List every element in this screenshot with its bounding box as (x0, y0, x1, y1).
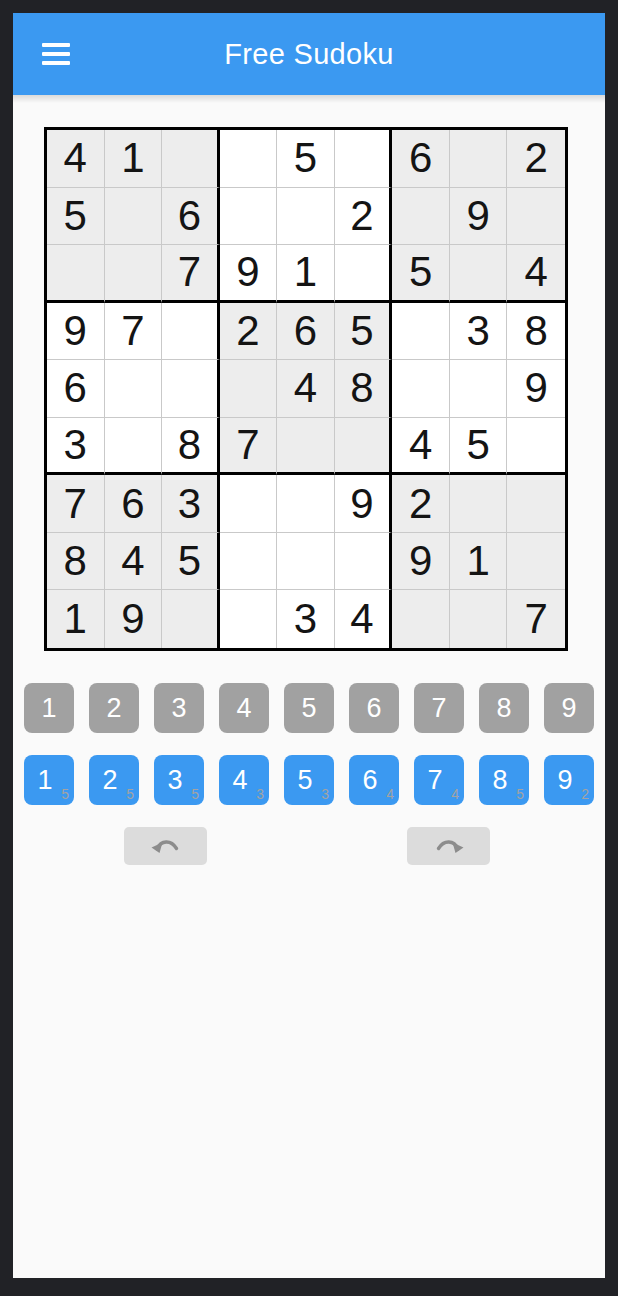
cell-r4c8[interactable]: 3 (450, 303, 508, 361)
digit-button-2-counted[interactable]: 25 (89, 755, 139, 805)
cell-r2c1[interactable]: 5 (47, 188, 105, 246)
digit-button-3-counted[interactable]: 35 (154, 755, 204, 805)
cell-r1c6[interactable] (335, 130, 393, 188)
digit-button-8-counted[interactable]: 85 (479, 755, 529, 805)
undo-arrow-icon (150, 836, 182, 856)
cell-r2c6[interactable]: 2 (335, 188, 393, 246)
cell-r1c5[interactable]: 5 (277, 130, 335, 188)
remaining-count: 3 (256, 786, 264, 802)
cell-r6c9[interactable] (507, 418, 565, 476)
cell-r9c1[interactable]: 1 (47, 590, 105, 648)
digit-label: 1 (37, 765, 52, 796)
cell-r1c3[interactable] (162, 130, 220, 188)
remaining-count: 3 (321, 786, 329, 802)
app-window: Free Sudoku 4156256297915497265386489387… (13, 13, 605, 1278)
cell-r5c3[interactable] (162, 360, 220, 418)
digit-button-6-plain[interactable]: 6 (349, 683, 399, 733)
cell-r6c5[interactable] (277, 418, 335, 476)
cell-r6c6[interactable] (335, 418, 393, 476)
cell-r5c6[interactable]: 8 (335, 360, 393, 418)
remaining-count: 5 (61, 786, 69, 802)
cell-r1c8[interactable] (450, 130, 508, 188)
cell-r6c3[interactable]: 8 (162, 418, 220, 476)
digit-label: 4 (232, 765, 247, 796)
digit-label: 2 (102, 765, 117, 796)
cell-r7c6[interactable]: 9 (335, 475, 393, 533)
digit-button-3-plain[interactable]: 3 (154, 683, 204, 733)
cell-r9c6[interactable]: 4 (335, 590, 393, 648)
cell-r4c2[interactable]: 7 (105, 303, 163, 361)
digit-button-7-plain[interactable]: 7 (414, 683, 464, 733)
digit-label: 5 (297, 765, 312, 796)
app-header: Free Sudoku (13, 13, 605, 95)
cell-r2c4[interactable] (220, 188, 278, 246)
cell-r7c8[interactable] (450, 475, 508, 533)
cell-r8c8[interactable]: 1 (450, 533, 508, 591)
redo-arrow-icon (433, 836, 465, 856)
remaining-count: 5 (126, 786, 134, 802)
digit-button-6-counted[interactable]: 64 (349, 755, 399, 805)
cell-r3c3[interactable]: 7 (162, 245, 220, 303)
sudoku-grid: 4156256297915497265386489387457639284591… (44, 127, 568, 651)
remaining-count: 5 (191, 786, 199, 802)
cell-r2c9[interactable] (507, 188, 565, 246)
cell-r7c1[interactable]: 7 (47, 475, 105, 533)
cell-r5c2[interactable] (105, 360, 163, 418)
digit-button-5-counted[interactable]: 53 (284, 755, 334, 805)
cell-r6c8[interactable]: 5 (450, 418, 508, 476)
cell-r3c2[interactable] (105, 245, 163, 303)
digit-label: 9 (557, 765, 572, 796)
cell-r9c3[interactable] (162, 590, 220, 648)
cell-r7c5[interactable] (277, 475, 335, 533)
cell-r5c5[interactable]: 4 (277, 360, 335, 418)
app-title: Free Sudoku (13, 13, 605, 95)
cell-r4c9[interactable]: 8 (507, 303, 565, 361)
cell-r1c4[interactable] (220, 130, 278, 188)
cell-r4c6[interactable]: 5 (335, 303, 393, 361)
remaining-count: 5 (516, 786, 524, 802)
digit-button-7-counted[interactable]: 74 (414, 755, 464, 805)
cell-r8c3[interactable]: 5 (162, 533, 220, 591)
cell-r2c5[interactable] (277, 188, 335, 246)
cell-r3c8[interactable] (450, 245, 508, 303)
cell-r6c1[interactable]: 3 (47, 418, 105, 476)
cell-r8c2[interactable]: 4 (105, 533, 163, 591)
cell-r3c5[interactable]: 1 (277, 245, 335, 303)
cell-r7c3[interactable]: 3 (162, 475, 220, 533)
digit-button-1-plain[interactable]: 1 (24, 683, 74, 733)
cell-r6c7[interactable]: 4 (392, 418, 450, 476)
cell-r5c7[interactable] (392, 360, 450, 418)
cell-r1c7[interactable]: 6 (392, 130, 450, 188)
cell-r3c7[interactable]: 5 (392, 245, 450, 303)
remaining-count: 4 (451, 786, 459, 802)
digit-label: 6 (362, 765, 377, 796)
cell-r3c6[interactable] (335, 245, 393, 303)
cell-r5c9[interactable]: 9 (507, 360, 565, 418)
digit-button-9-plain[interactable]: 9 (544, 683, 594, 733)
number-pad-counted: 152535435364748592 (24, 755, 594, 805)
undo-button[interactable] (124, 827, 207, 865)
cell-r8c4[interactable] (220, 533, 278, 591)
cell-r7c2[interactable]: 6 (105, 475, 163, 533)
cell-r9c4[interactable] (220, 590, 278, 648)
digit-button-9-counted[interactable]: 92 (544, 755, 594, 805)
cell-r4c1[interactable]: 9 (47, 303, 105, 361)
cell-r4c7[interactable] (392, 303, 450, 361)
cell-r1c2[interactable]: 1 (105, 130, 163, 188)
cell-r8c7[interactable]: 9 (392, 533, 450, 591)
cell-r8c9[interactable] (507, 533, 565, 591)
redo-button[interactable] (407, 827, 490, 865)
cell-r5c8[interactable] (450, 360, 508, 418)
digit-label: 7 (427, 765, 442, 796)
cell-r9c5[interactable]: 3 (277, 590, 335, 648)
cell-r7c9[interactable] (507, 475, 565, 533)
content-area: 4156256297915497265386489387457639284591… (13, 95, 605, 1278)
cell-r2c7[interactable] (392, 188, 450, 246)
cell-r2c2[interactable] (105, 188, 163, 246)
cell-r5c1[interactable]: 6 (47, 360, 105, 418)
digit-button-1-counted[interactable]: 15 (24, 755, 74, 805)
cell-r2c8[interactable]: 9 (450, 188, 508, 246)
digit-button-4-counted[interactable]: 43 (219, 755, 269, 805)
cell-r7c7[interactable]: 2 (392, 475, 450, 533)
cell-r6c2[interactable] (105, 418, 163, 476)
cell-r7c4[interactable] (220, 475, 278, 533)
cell-r8c1[interactable]: 8 (47, 533, 105, 591)
cell-r3c9[interactable]: 4 (507, 245, 565, 303)
number-pad-plain: 123456789 (24, 683, 594, 733)
digit-button-8-plain[interactable]: 8 (479, 683, 529, 733)
cell-r1c9[interactable]: 2 (507, 130, 565, 188)
remaining-count: 2 (581, 786, 589, 802)
digit-button-4-plain[interactable]: 4 (219, 683, 269, 733)
digit-label: 8 (492, 765, 507, 796)
cell-r4c3[interactable] (162, 303, 220, 361)
cell-r2c3[interactable]: 6 (162, 188, 220, 246)
cell-r1c1[interactable]: 4 (47, 130, 105, 188)
remaining-count: 4 (386, 786, 394, 802)
digit-button-2-plain[interactable]: 2 (89, 683, 139, 733)
cell-r9c2[interactable]: 9 (105, 590, 163, 648)
cell-r3c1[interactable] (47, 245, 105, 303)
cell-r9c9[interactable]: 7 (507, 590, 565, 648)
cell-r8c6[interactable] (335, 533, 393, 591)
cell-r5c4[interactable] (220, 360, 278, 418)
digit-button-5-plain[interactable]: 5 (284, 683, 334, 733)
cell-r6c4[interactable]: 7 (220, 418, 278, 476)
cell-r3c4[interactable]: 9 (220, 245, 278, 303)
cell-r4c4[interactable]: 2 (220, 303, 278, 361)
cell-r8c5[interactable] (277, 533, 335, 591)
cell-r9c7[interactable] (392, 590, 450, 648)
cell-r4c5[interactable]: 6 (277, 303, 335, 361)
digit-label: 3 (167, 765, 182, 796)
cell-r9c8[interactable] (450, 590, 508, 648)
undo-redo-controls (13, 827, 605, 865)
